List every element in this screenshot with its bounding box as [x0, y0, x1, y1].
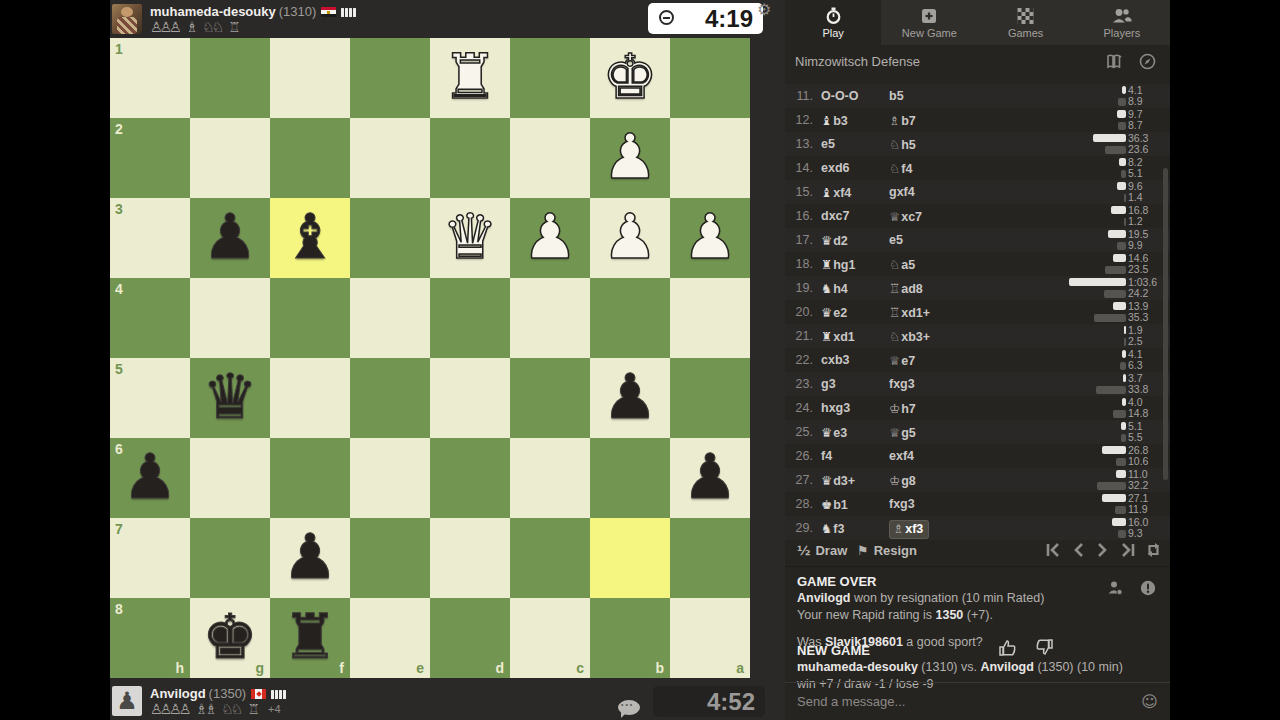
white-pawn[interactable]: ♟	[590, 198, 670, 278]
smiley-icon[interactable]: ☺	[1141, 692, 1158, 711]
square-g1[interactable]	[190, 38, 270, 118]
square-d7[interactable]	[430, 518, 510, 598]
move-white-san[interactable]: cxb3	[821, 353, 881, 367]
move-white-san[interactable]: exd6	[821, 161, 881, 175]
white-time-bar	[1093, 134, 1126, 142]
black-time-bar	[1105, 266, 1126, 274]
file-label-d: d	[495, 660, 504, 676]
opening-row: Nimzowitsch Defense	[785, 45, 1170, 79]
tab-players-label: Players	[1074, 27, 1170, 39]
square-g2[interactable]	[190, 118, 270, 198]
square-g7[interactable]	[190, 518, 270, 598]
file-label-b: b	[655, 660, 664, 676]
move-row: 12.♝b3♗b79.78.7	[785, 108, 1170, 132]
white-time-value: 3.7	[1128, 373, 1162, 384]
square-e5[interactable]	[350, 358, 430, 438]
opening-book-icon[interactable]	[1106, 52, 1123, 69]
black-king-icon: ♔	[889, 401, 900, 416]
captured-rooks: ♖	[228, 19, 238, 35]
white-time-value: 14.6	[1128, 253, 1162, 264]
move-white-san[interactable]: e5	[821, 137, 881, 151]
white-time-bar	[1102, 494, 1126, 502]
black-time-value: 9.3	[1128, 528, 1162, 539]
tab-play[interactable]: Play	[785, 0, 881, 45]
move-row: 17.♛d2e519.59.9	[785, 228, 1170, 252]
black-time-bar	[1124, 338, 1126, 346]
square-a2[interactable]	[670, 118, 750, 198]
rank-label-1: 1	[115, 41, 123, 57]
black-time-bar	[1120, 362, 1126, 370]
black-time-value: 2.5	[1128, 336, 1162, 347]
move-row: 25.♛e3♕g55.15.5	[785, 420, 1170, 444]
white-time-bar	[1069, 278, 1126, 286]
top-player-username[interactable]: muhameda-desouky	[150, 4, 276, 19]
square-f5[interactable]	[270, 358, 350, 438]
top-player-avatar[interactable]	[112, 4, 142, 34]
top-player-bar: muhameda-desouky(1310) ♙♙♙♗♘♘♖ 4:19 ⚙	[110, 0, 785, 38]
bottom-player-name[interactable]: Anvilogd(1350)	[150, 686, 287, 702]
square-h4[interactable]: 4	[110, 278, 190, 358]
square-g4[interactable]	[190, 278, 270, 358]
black-pawn[interactable]: ♟	[590, 358, 670, 438]
bottom-player-bar: ♟ Anvilogd(1350) ♙♙♙♙♗♗♘♘♖+4 4:52	[110, 682, 785, 720]
move-black-san[interactable]: ♖xd1+	[889, 305, 949, 320]
white-queen[interactable]: ♛	[430, 198, 510, 278]
move-white-san[interactable]: ♚b1	[821, 497, 881, 512]
move-number: 16.	[785, 209, 813, 223]
white-pawn[interactable]: ♟	[670, 198, 750, 278]
square-f4[interactable]	[270, 278, 350, 358]
rank-label-4: 4	[115, 281, 123, 297]
white-time-value: 4.0	[1128, 397, 1162, 408]
black-time-value: 10.6	[1128, 456, 1162, 467]
white-time-value: 1.9	[1128, 325, 1162, 336]
square-h7[interactable]: 7	[110, 518, 190, 598]
square-d8[interactable]: d	[430, 598, 510, 678]
square-c4[interactable]	[510, 278, 590, 358]
tab-games[interactable]: Games	[978, 0, 1074, 45]
tab-new-game[interactable]: New Game	[881, 0, 977, 45]
bottom-player-avatar[interactable]: ♟	[112, 686, 142, 716]
nav-first-move-icon[interactable]	[1045, 541, 1063, 559]
black-time-bar	[1094, 314, 1126, 322]
chat-input[interactable]: Send a message...	[797, 694, 905, 709]
move-number: 17.	[785, 233, 813, 247]
move-row: 19.♞h4♖ad81:03.624.2	[785, 276, 1170, 300]
white-time-value: 4.1	[1128, 85, 1162, 96]
move-times: 16.09.3	[1012, 516, 1162, 540]
alert-icon[interactable]	[1140, 580, 1156, 594]
white-time-value: 19.5	[1128, 229, 1162, 240]
square-e2[interactable]	[350, 118, 430, 198]
move-number: 21.	[785, 329, 813, 343]
square-b1[interactable]: ♚	[590, 38, 670, 118]
square-c6[interactable]	[510, 438, 590, 518]
white-king[interactable]: ♚	[590, 38, 670, 118]
black-time-value: 9.9	[1128, 240, 1162, 251]
square-c5[interactable]	[510, 358, 590, 438]
move-black-san[interactable]: ♕e7	[889, 353, 949, 368]
square-c8[interactable]: c	[510, 598, 590, 678]
move-row: 20.♛e2♖xd1+13.935.3	[785, 300, 1170, 324]
move-black-san[interactable]: gxf4	[889, 185, 949, 199]
square-e3[interactable]	[350, 198, 430, 278]
rank-label-8: 8	[115, 601, 123, 617]
white-time-value: 36.3	[1128, 133, 1162, 144]
black-knight-icon: ♘	[889, 257, 900, 272]
move-black-san[interactable]: ♗b7	[889, 113, 949, 128]
opening-name[interactable]: Nimzowitsch Defense	[795, 54, 920, 69]
draw-button[interactable]: ½Draw	[797, 543, 847, 558]
black-time-bar	[1104, 290, 1126, 298]
square-d2[interactable]	[430, 118, 510, 198]
black-pawn[interactable]: ♟	[190, 198, 270, 278]
square-f3[interactable]: ♝	[270, 198, 350, 278]
white-time-bar	[1108, 230, 1126, 238]
nav-prev-move-icon[interactable]	[1071, 541, 1086, 559]
square-g5[interactable]: ♛	[190, 358, 270, 438]
move-black-san[interactable]: ♘h5	[889, 137, 949, 152]
square-e6[interactable]	[350, 438, 430, 518]
black-king-icon: ♔	[889, 473, 900, 488]
square-h5[interactable]: 5	[110, 358, 190, 438]
move-times: 36.323.6	[1012, 132, 1162, 156]
square-h3[interactable]: 3	[110, 198, 190, 278]
plus-square-icon	[881, 6, 977, 24]
move-number: 12.	[785, 113, 813, 127]
black-time-bar	[1097, 482, 1126, 490]
black-bishop-icon: ♗	[893, 521, 904, 536]
square-a1[interactable]	[670, 38, 750, 118]
move-times: 11.032.2	[1012, 468, 1162, 492]
black-queen-icon: ♕	[889, 353, 900, 368]
move-black-san[interactable]: ♕g5	[889, 425, 949, 440]
app-window: muhameda-desouky(1310) ♙♙♙♗♘♘♖ 4:19 ⚙ 1♜…	[0, 0, 1280, 720]
move-row: 26.f4exf426.810.6	[785, 444, 1170, 468]
square-h2[interactable]: 2	[110, 118, 190, 198]
move-white-san[interactable]: g3	[821, 377, 881, 391]
move-number: 29.	[785, 521, 813, 535]
white-rook-icon: ♜	[821, 329, 832, 344]
white-time-value: 9.7	[1128, 109, 1162, 120]
square-c1[interactable]	[510, 38, 590, 118]
square-d6[interactable]	[430, 438, 510, 518]
canada-flag-icon	[251, 689, 266, 699]
square-c3[interactable]: ♟	[510, 198, 590, 278]
captured-pawns: ♙♙♙	[150, 19, 179, 35]
move-number: 18.	[785, 257, 813, 271]
move-times: 3.733.8	[1012, 372, 1162, 396]
file-label-e: e	[416, 660, 424, 676]
black-rook-icon: ♖	[889, 281, 900, 296]
move-black-san[interactable]: ♖ad8	[889, 281, 949, 296]
square-f2[interactable]	[270, 118, 350, 198]
move-times: 5.15.5	[1012, 420, 1162, 444]
square-f8[interactable]: f♜	[270, 598, 350, 678]
black-bishop[interactable]: ♝	[270, 198, 350, 278]
chat-bubble-icon[interactable]	[618, 700, 640, 715]
white-queen-icon: ♛	[821, 305, 832, 320]
square-b6[interactable]	[590, 438, 670, 518]
square-b5[interactable]: ♟	[590, 358, 670, 438]
square-g3[interactable]: ♟	[190, 198, 270, 278]
square-d5[interactable]	[430, 358, 510, 438]
move-black-san[interactable]: exf4	[889, 449, 949, 463]
nav-next-move-icon[interactable]	[1095, 541, 1110, 559]
bottom-player-clock: 4:52	[653, 686, 765, 717]
white-time-value: 16.0	[1128, 517, 1162, 528]
square-b3[interactable]: ♟	[590, 198, 670, 278]
move-black-san[interactable]: fxg3	[889, 497, 949, 511]
resign-flag-icon: ⚑	[857, 543, 869, 558]
tab-play-label: Play	[785, 27, 881, 39]
black-time-bar	[1115, 506, 1126, 514]
move-white-san[interactable]: ♝xf4	[821, 185, 881, 200]
black-time-bar	[1118, 98, 1126, 106]
square-a4[interactable]	[670, 278, 750, 358]
settings-gear-icon[interactable]: ⚙	[757, 0, 771, 19]
move-number: 22.	[785, 353, 813, 367]
bottom-player-username[interactable]: Anvilogd	[150, 686, 206, 701]
move-white-san[interactable]: ♛e2	[821, 305, 881, 320]
square-f6[interactable]	[270, 438, 350, 518]
white-bishop-icon: ♝	[821, 185, 832, 200]
move-number: 23.	[785, 377, 813, 391]
move-black-san[interactable]: ♘a5	[889, 257, 949, 272]
square-d4[interactable]	[430, 278, 510, 358]
black-time-value: 33.8	[1128, 384, 1162, 395]
black-time-value: 1.4	[1128, 192, 1162, 203]
move-black-san[interactable]: ♘xb3+	[889, 329, 949, 344]
report-player-icon[interactable]	[1107, 580, 1123, 594]
move-row: 28.♚b1fxg327.111.9	[785, 492, 1170, 516]
bottom-captured-pieces: ♙♙♙♙♗♗♘♘♖+4	[150, 701, 281, 717]
move-row: 21.♜xd1♘xb3+1.92.5	[785, 324, 1170, 348]
tab-players[interactable]: Players	[1074, 0, 1170, 45]
square-h1[interactable]: 1	[110, 38, 190, 118]
white-time-value: 4.1	[1128, 349, 1162, 360]
tab-bar: Play New Game Games Players	[785, 0, 1170, 45]
top-player-rating: (1310)	[279, 4, 317, 19]
black-rook[interactable]: ♜	[270, 598, 350, 678]
captured-bishops: ♗♗	[195, 701, 214, 717]
white-time-value: 1:03.6	[1128, 277, 1162, 288]
black-pawn[interactable]: ♟	[110, 438, 190, 518]
move-number: 11.	[785, 89, 813, 103]
players-icon	[1074, 6, 1170, 24]
white-time-bar	[1112, 518, 1126, 526]
chess-board: 1♜♚2♟3♟♝♛♟♟♟45♛♟6♟♟7♟8hg♚f♜edcba	[110, 38, 750, 678]
square-b7[interactable]	[590, 518, 670, 598]
move-times: 9.61.4	[1012, 180, 1162, 204]
black-pawn[interactable]: ♟	[270, 518, 350, 598]
move-times: 26.810.6	[1012, 444, 1162, 468]
move-black-san[interactable]: ♗xf3	[889, 521, 949, 536]
move-white-san[interactable]: ♜xd1	[821, 329, 881, 344]
black-king[interactable]: ♚	[190, 598, 270, 678]
move-times: 16.81.2	[1012, 204, 1162, 228]
black-time-value: 35.3	[1128, 312, 1162, 323]
white-queen-icon: ♛	[821, 425, 832, 440]
white-rook[interactable]: ♜	[430, 38, 510, 118]
black-time-bar	[1096, 386, 1126, 394]
square-c7[interactable]	[510, 518, 590, 598]
black-time-value: 8.9	[1128, 96, 1162, 107]
move-black-san[interactable]: e5	[889, 233, 949, 247]
square-a6[interactable]: ♟	[670, 438, 750, 518]
square-a7[interactable]	[670, 518, 750, 598]
square-h6[interactable]: 6♟	[110, 438, 190, 518]
move-number: 27.	[785, 473, 813, 487]
black-knight-icon: ♘	[889, 329, 900, 344]
black-time-value: 14.8	[1128, 408, 1162, 419]
move-nav-buttons	[1040, 541, 1163, 559]
move-white-san[interactable]: ♝b3	[821, 113, 881, 128]
connection-bars-icon	[271, 687, 287, 702]
square-d3[interactable]: ♛	[430, 198, 510, 278]
square-h8[interactable]: 8h	[110, 598, 190, 678]
move-times: 4.014.8	[1012, 396, 1162, 420]
new-rating: 1350	[936, 608, 964, 622]
black-time-value: 5.1	[1128, 168, 1162, 179]
black-time-value: 5.5	[1128, 432, 1162, 443]
move-white-san[interactable]: ♛d2	[821, 233, 881, 248]
square-f7[interactable]: ♟	[270, 518, 350, 598]
black-knight-icon: ♘	[889, 161, 900, 176]
captured-bishops: ♗	[186, 19, 196, 35]
black-time-bar	[1124, 194, 1126, 202]
move-row: 11.O-O-Ob54.18.9	[785, 84, 1170, 108]
white-queen-icon: ♛	[821, 233, 832, 248]
square-e4[interactable]	[350, 278, 430, 358]
black-bishop-icon: ♗	[889, 113, 900, 128]
white-time-value: 16.8	[1128, 205, 1162, 216]
square-b8[interactable]: b	[590, 598, 670, 678]
white-time-bar	[1113, 302, 1126, 310]
black-time-value: 11.9	[1128, 504, 1162, 515]
white-time-bar	[1116, 470, 1126, 478]
nav-last-move-icon[interactable]	[1118, 541, 1136, 559]
top-player-name[interactable]: muhameda-desouky(1310)	[150, 4, 357, 20]
white-pawn[interactable]: ♟	[590, 118, 670, 198]
move-white-san[interactable]: ♛e3	[821, 425, 881, 440]
move-black-san[interactable]: ♘f4	[889, 161, 949, 176]
move-black-san[interactable]: ♕xc7	[889, 209, 949, 224]
black-queen[interactable]: ♛	[190, 358, 270, 438]
move-white-san[interactable]: dxc7	[821, 209, 881, 223]
result-text: won by resignation (10 min Rated)	[850, 591, 1044, 605]
move-white-san[interactable]: hxg3	[821, 401, 881, 415]
move-row: 13.e5♘h536.323.6	[785, 132, 1170, 156]
black-pawn[interactable]: ♟	[670, 438, 750, 518]
captured-pawns: ♙♙♙♙	[150, 701, 188, 717]
square-g8[interactable]: g♚	[190, 598, 270, 678]
square-e7[interactable]	[350, 518, 430, 598]
square-e1[interactable]	[350, 38, 430, 118]
black-time-value: 1.2	[1128, 216, 1162, 227]
white-pawn[interactable]: ♟	[510, 198, 590, 278]
move-number: 28.	[785, 497, 813, 511]
resign-button[interactable]: ⚑Resign	[857, 543, 917, 558]
square-e8[interactable]: e	[350, 598, 430, 678]
white-knight-icon: ♞	[821, 521, 832, 536]
chat-bar: Send a message... ☺	[785, 682, 1170, 720]
white-time-value: 27.1	[1128, 493, 1162, 504]
top-captured-pieces: ♙♙♙♗♘♘♖	[150, 19, 245, 35]
connection-bars-icon	[341, 5, 357, 20]
square-a5[interactable]	[670, 358, 750, 438]
move-number: 26.	[785, 449, 813, 463]
action-bar: ½Draw ⚑Resign	[785, 540, 1170, 564]
stopwatch-icon	[785, 6, 881, 24]
white-time-value: 9.6	[1128, 181, 1162, 192]
square-b2[interactable]: ♟	[590, 118, 670, 198]
rank-label-2: 2	[115, 121, 123, 137]
move-number: 15.	[785, 185, 813, 199]
move-number: 24.	[785, 401, 813, 415]
black-time-value: 6.3	[1128, 360, 1162, 371]
tab-new-game-label: New Game	[881, 27, 977, 39]
move-black-san[interactable]: fxg3	[889, 377, 949, 391]
square-d1[interactable]: ♜	[430, 38, 510, 118]
white-time-bar	[1123, 374, 1126, 382]
bottom-clock-time: 4:52	[707, 688, 755, 716]
move-list: 11.O-O-Ob54.18.912.♝b3♗b79.78.713.e5♘h53…	[785, 84, 1170, 540]
white-rook-icon: ♜	[821, 257, 832, 272]
black-rook-icon: ♖	[889, 305, 900, 320]
move-times: 1:03.624.2	[1012, 276, 1162, 300]
sidebar: Play New Game Games Players	[785, 0, 1170, 720]
move-black-san[interactable]: b5	[889, 89, 949, 103]
rank-label-7: 7	[115, 521, 123, 537]
black-time-bar	[1117, 242, 1126, 250]
move-times: 27.111.9	[1012, 492, 1162, 516]
move-white-san[interactable]: O-O-O	[821, 89, 881, 103]
square-g6[interactable]	[190, 438, 270, 518]
square-a3[interactable]: ♟	[670, 198, 750, 278]
black-knight-icon: ♘	[889, 137, 900, 152]
move-times: 1.92.5	[1012, 324, 1162, 348]
black-time-bar	[1124, 218, 1126, 226]
scrollbar-thumb[interactable]	[1163, 168, 1168, 480]
white-time-bar	[1117, 110, 1126, 118]
square-b4[interactable]	[590, 278, 670, 358]
move-row: 24.hxg3♔h74.014.8	[785, 396, 1170, 420]
square-f1[interactable]	[270, 38, 350, 118]
move-black-san[interactable]: ♔g8	[889, 473, 949, 488]
square-a8[interactable]: a	[670, 598, 750, 678]
rank-label-3: 3	[115, 201, 123, 217]
file-label-c: c	[576, 660, 584, 676]
white-time-bar	[1122, 86, 1126, 94]
file-label-h: h	[175, 660, 184, 676]
file-label-a: a	[736, 660, 744, 676]
move-white-san[interactable]: ♞f3	[821, 521, 881, 536]
move-white-san[interactable]: ♜hg1	[821, 257, 881, 272]
move-times: 14.623.5	[1012, 252, 1162, 276]
material-advantage: +4	[268, 703, 281, 715]
move-white-san[interactable]: ♞h4	[821, 281, 881, 296]
move-white-san[interactable]: ♛d3+	[821, 473, 881, 488]
move-black-san[interactable]: ♔h7	[889, 401, 949, 416]
flip-board-icon[interactable]	[1145, 541, 1162, 559]
move-number: 25.	[785, 425, 813, 439]
square-c2[interactable]	[510, 118, 590, 198]
winner-name: Anvilogd	[797, 591, 850, 605]
move-white-san[interactable]: f4	[821, 449, 881, 463]
white-time-bar	[1124, 326, 1126, 334]
explorer-compass-icon[interactable]	[1139, 52, 1156, 69]
